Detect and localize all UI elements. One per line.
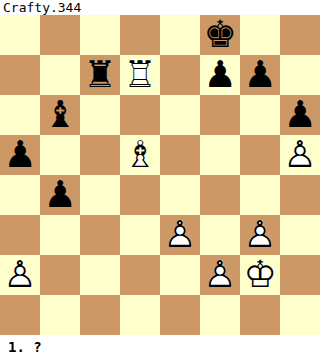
square-f1[interactable] bbox=[200, 295, 240, 335]
white-king-outline-glyph: ♔ bbox=[240, 255, 280, 295]
square-h6[interactable]: ♟ bbox=[280, 95, 320, 135]
black-pawn[interactable]: ♟ bbox=[280, 95, 320, 135]
black-pawn-glyph: ♟ bbox=[40, 175, 80, 215]
square-b6[interactable]: ♝ bbox=[40, 95, 80, 135]
black-bishop[interactable]: ♝ bbox=[40, 95, 80, 135]
square-d4[interactable] bbox=[120, 175, 160, 215]
white-king[interactable]: ♚♔ bbox=[240, 255, 280, 295]
square-f3[interactable] bbox=[200, 215, 240, 255]
square-a2[interactable]: ♟♙ bbox=[0, 255, 40, 295]
square-f7[interactable]: ♟ bbox=[200, 55, 240, 95]
square-a7[interactable] bbox=[0, 55, 40, 95]
square-e8[interactable] bbox=[160, 15, 200, 55]
black-pawn-glyph: ♟ bbox=[200, 55, 240, 95]
white-pawn-outline-glyph: ♙ bbox=[280, 135, 320, 175]
square-d2[interactable] bbox=[120, 255, 160, 295]
black-bishop-glyph: ♝ bbox=[40, 95, 80, 135]
square-a4[interactable] bbox=[0, 175, 40, 215]
black-rook[interactable]: ♜ bbox=[80, 55, 120, 95]
square-e1[interactable] bbox=[160, 295, 200, 335]
square-c7[interactable]: ♜ bbox=[80, 55, 120, 95]
square-b1[interactable] bbox=[40, 295, 80, 335]
white-bishop[interactable]: ♝♗ bbox=[120, 135, 160, 175]
square-d8[interactable] bbox=[120, 15, 160, 55]
square-e6[interactable] bbox=[160, 95, 200, 135]
white-pawn-outline-glyph: ♙ bbox=[240, 215, 280, 255]
square-c2[interactable] bbox=[80, 255, 120, 295]
square-b8[interactable] bbox=[40, 15, 80, 55]
square-d7[interactable]: ♜♖ bbox=[120, 55, 160, 95]
square-a1[interactable] bbox=[0, 295, 40, 335]
black-pawn-glyph: ♟ bbox=[0, 135, 40, 175]
square-h3[interactable] bbox=[280, 215, 320, 255]
square-e5[interactable] bbox=[160, 135, 200, 175]
square-h4[interactable] bbox=[280, 175, 320, 215]
square-g8[interactable] bbox=[240, 15, 280, 55]
white-rook-outline-glyph: ♖ bbox=[120, 55, 160, 95]
black-king-glyph: ♚ bbox=[200, 15, 240, 55]
black-pawn[interactable]: ♟ bbox=[40, 175, 80, 215]
square-b2[interactable] bbox=[40, 255, 80, 295]
square-a3[interactable] bbox=[0, 215, 40, 255]
square-e7[interactable] bbox=[160, 55, 200, 95]
square-h7[interactable] bbox=[280, 55, 320, 95]
square-g7[interactable]: ♟ bbox=[240, 55, 280, 95]
square-d6[interactable] bbox=[120, 95, 160, 135]
white-pawn-outline-glyph: ♙ bbox=[160, 215, 200, 255]
square-g3[interactable]: ♟♙ bbox=[240, 215, 280, 255]
white-pawn[interactable]: ♟♙ bbox=[160, 215, 200, 255]
black-rook-glyph: ♜ bbox=[80, 55, 120, 95]
square-f4[interactable] bbox=[200, 175, 240, 215]
black-pawn[interactable]: ♟ bbox=[0, 135, 40, 175]
square-g2[interactable]: ♚♔ bbox=[240, 255, 280, 295]
white-pawn-outline-glyph: ♙ bbox=[0, 255, 40, 295]
white-rook[interactable]: ♜♖ bbox=[120, 55, 160, 95]
square-a6[interactable] bbox=[0, 95, 40, 135]
window-title: Crafty.344 bbox=[0, 0, 320, 15]
square-d1[interactable] bbox=[120, 295, 160, 335]
square-b4[interactable]: ♟ bbox=[40, 175, 80, 215]
square-g4[interactable] bbox=[240, 175, 280, 215]
square-h5[interactable]: ♟♙ bbox=[280, 135, 320, 175]
square-c5[interactable] bbox=[80, 135, 120, 175]
square-e2[interactable] bbox=[160, 255, 200, 295]
white-pawn[interactable]: ♟♙ bbox=[280, 135, 320, 175]
white-pawn[interactable]: ♟♙ bbox=[200, 255, 240, 295]
chess-board: ♚♜♜♖♟♟♝♟♟♝♗♟♙♟♟♙♟♙♟♙♟♙♚♔ bbox=[0, 15, 320, 335]
square-e3[interactable]: ♟♙ bbox=[160, 215, 200, 255]
square-b3[interactable] bbox=[40, 215, 80, 255]
black-pawn[interactable]: ♟ bbox=[200, 55, 240, 95]
square-c3[interactable] bbox=[80, 215, 120, 255]
white-bishop-outline-glyph: ♗ bbox=[120, 135, 160, 175]
white-pawn[interactable]: ♟♙ bbox=[0, 255, 40, 295]
square-h1[interactable] bbox=[280, 295, 320, 335]
square-h2[interactable] bbox=[280, 255, 320, 295]
square-c6[interactable] bbox=[80, 95, 120, 135]
square-d3[interactable] bbox=[120, 215, 160, 255]
white-pawn[interactable]: ♟♙ bbox=[240, 215, 280, 255]
black-king[interactable]: ♚ bbox=[200, 15, 240, 55]
square-c8[interactable] bbox=[80, 15, 120, 55]
square-h8[interactable] bbox=[280, 15, 320, 55]
square-b7[interactable] bbox=[40, 55, 80, 95]
black-pawn-glyph: ♟ bbox=[240, 55, 280, 95]
white-pawn-outline-glyph: ♙ bbox=[200, 255, 240, 295]
square-d5[interactable]: ♝♗ bbox=[120, 135, 160, 175]
square-e4[interactable] bbox=[160, 175, 200, 215]
square-f2[interactable]: ♟♙ bbox=[200, 255, 240, 295]
square-g1[interactable] bbox=[240, 295, 280, 335]
square-f8[interactable]: ♚ bbox=[200, 15, 240, 55]
square-c4[interactable] bbox=[80, 175, 120, 215]
square-c1[interactable] bbox=[80, 295, 120, 335]
move-prompt: 1. ? bbox=[0, 339, 320, 355]
square-g5[interactable] bbox=[240, 135, 280, 175]
square-f6[interactable] bbox=[200, 95, 240, 135]
square-a5[interactable]: ♟ bbox=[0, 135, 40, 175]
square-f5[interactable] bbox=[200, 135, 240, 175]
black-pawn[interactable]: ♟ bbox=[240, 55, 280, 95]
square-b5[interactable] bbox=[40, 135, 80, 175]
black-pawn-glyph: ♟ bbox=[280, 95, 320, 135]
square-a8[interactable] bbox=[0, 15, 40, 55]
square-g6[interactable] bbox=[240, 95, 280, 135]
